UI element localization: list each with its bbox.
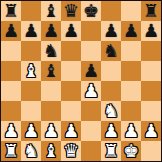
piece-black-knight[interactable]: ♞ (43, 42, 59, 60)
piece-black-rook[interactable]: ♜ (143, 2, 159, 20)
piece-black-bishop[interactable]: ♝ (43, 2, 59, 20)
square-h2[interactable]: ♟ (141, 121, 161, 141)
square-f6[interactable]: ♞ (101, 41, 121, 61)
square-e4[interactable]: ♟ (81, 81, 101, 101)
piece-white-pawn[interactable]: ♟ (83, 82, 99, 100)
piece-black-king[interactable]: ♚ (83, 2, 99, 20)
square-e2[interactable] (81, 121, 101, 141)
piece-white-pawn[interactable]: ♟ (123, 122, 139, 140)
square-b1[interactable]: ♞ (21, 141, 41, 161)
square-d2[interactable]: ♟ (61, 121, 81, 141)
square-e5[interactable]: ♟ (81, 61, 101, 81)
square-d5[interactable] (61, 61, 81, 81)
square-h8[interactable]: ♜ (141, 1, 161, 21)
chess-board: ♜♝♛♚♜♟♟♟♟♟♟♟♞♞♝♝♟♟♞♟♟♟♟♟♟♟♜♞♝♛♜♚ (0, 0, 162, 162)
square-c8[interactable]: ♝ (41, 1, 61, 21)
piece-white-bishop[interactable]: ♝ (43, 142, 59, 160)
piece-white-pawn[interactable]: ♟ (43, 122, 59, 140)
piece-black-queen[interactable]: ♛ (63, 2, 79, 20)
square-c6[interactable]: ♞ (41, 41, 61, 61)
square-c7[interactable]: ♟ (41, 21, 61, 41)
square-b8[interactable] (21, 1, 41, 21)
square-a2[interactable]: ♟ (1, 121, 21, 141)
square-h5[interactable] (141, 61, 161, 81)
square-g5[interactable] (121, 61, 141, 81)
piece-black-bishop[interactable]: ♝ (43, 62, 59, 80)
square-a4[interactable] (1, 81, 21, 101)
piece-black-pawn[interactable]: ♟ (63, 22, 79, 40)
piece-white-rook[interactable]: ♜ (103, 142, 119, 160)
square-h3[interactable] (141, 101, 161, 121)
square-g2[interactable]: ♟ (121, 121, 141, 141)
square-g3[interactable] (121, 101, 141, 121)
piece-white-pawn[interactable]: ♟ (143, 122, 159, 140)
square-f2[interactable]: ♟ (101, 121, 121, 141)
square-g4[interactable] (121, 81, 141, 101)
square-e6[interactable] (81, 41, 101, 61)
piece-white-knight[interactable]: ♞ (23, 142, 39, 160)
square-a5[interactable] (1, 61, 21, 81)
square-d3[interactable] (61, 101, 81, 121)
square-a6[interactable] (1, 41, 21, 61)
square-f8[interactable] (101, 1, 121, 21)
piece-black-pawn[interactable]: ♟ (3, 22, 19, 40)
piece-white-king[interactable]: ♚ (123, 142, 139, 160)
square-a8[interactable]: ♜ (1, 1, 21, 21)
piece-white-pawn[interactable]: ♟ (63, 122, 79, 140)
square-b6[interactable] (21, 41, 41, 61)
square-c3[interactable] (41, 101, 61, 121)
piece-white-pawn[interactable]: ♟ (3, 122, 19, 140)
piece-black-pawn[interactable]: ♟ (103, 22, 119, 40)
square-d7[interactable]: ♟ (61, 21, 81, 41)
square-g8[interactable] (121, 1, 141, 21)
piece-white-queen[interactable]: ♛ (63, 142, 79, 160)
piece-black-pawn[interactable]: ♟ (23, 22, 39, 40)
square-c1[interactable]: ♝ (41, 141, 61, 161)
square-c5[interactable]: ♝ (41, 61, 61, 81)
piece-black-pawn[interactable]: ♟ (83, 62, 99, 80)
square-e7[interactable] (81, 21, 101, 41)
square-b5[interactable]: ♝ (21, 61, 41, 81)
square-g7[interactable]: ♟ (121, 21, 141, 41)
square-g6[interactable] (121, 41, 141, 61)
square-d1[interactable]: ♛ (61, 141, 81, 161)
piece-black-pawn[interactable]: ♟ (43, 22, 59, 40)
square-a3[interactable] (1, 101, 21, 121)
square-h6[interactable] (141, 41, 161, 61)
square-f7[interactable]: ♟ (101, 21, 121, 41)
square-c2[interactable]: ♟ (41, 121, 61, 141)
piece-black-pawn[interactable]: ♟ (143, 22, 159, 40)
square-b2[interactable]: ♟ (21, 121, 41, 141)
square-e3[interactable] (81, 101, 101, 121)
square-h1[interactable] (141, 141, 161, 161)
piece-white-pawn[interactable]: ♟ (103, 122, 119, 140)
square-h4[interactable] (141, 81, 161, 101)
piece-black-pawn[interactable]: ♟ (123, 22, 139, 40)
square-a1[interactable]: ♜ (1, 141, 21, 161)
piece-black-rook[interactable]: ♜ (3, 2, 19, 20)
piece-black-knight[interactable]: ♞ (103, 42, 119, 60)
square-b3[interactable] (21, 101, 41, 121)
square-a7[interactable]: ♟ (1, 21, 21, 41)
square-d4[interactable] (61, 81, 81, 101)
chess-board-widget: ♜♝♛♚♜♟♟♟♟♟♟♟♞♞♝♝♟♟♞♟♟♟♟♟♟♟♜♞♝♛♜♚ (0, 0, 162, 162)
square-e8[interactable]: ♚ (81, 1, 101, 21)
piece-white-bishop[interactable]: ♝ (23, 62, 39, 80)
square-f3[interactable]: ♞ (101, 101, 121, 121)
square-h7[interactable]: ♟ (141, 21, 161, 41)
square-f4[interactable] (101, 81, 121, 101)
piece-white-rook[interactable]: ♜ (3, 142, 19, 160)
square-g1[interactable]: ♚ (121, 141, 141, 161)
square-b4[interactable] (21, 81, 41, 101)
piece-white-knight[interactable]: ♞ (103, 102, 119, 120)
square-d6[interactable] (61, 41, 81, 61)
square-f5[interactable] (101, 61, 121, 81)
square-e1[interactable] (81, 141, 101, 161)
square-d8[interactable]: ♛ (61, 1, 81, 21)
square-f1[interactable]: ♜ (101, 141, 121, 161)
square-b7[interactable]: ♟ (21, 21, 41, 41)
square-c4[interactable] (41, 81, 61, 101)
piece-white-pawn[interactable]: ♟ (23, 122, 39, 140)
